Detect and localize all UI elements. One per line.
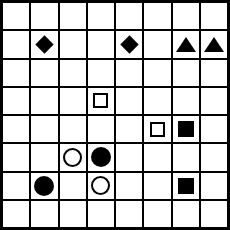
cell-r6-c2[interactable] bbox=[60, 173, 86, 199]
cell-r0-c1[interactable] bbox=[31, 3, 57, 29]
white-circle-icon bbox=[63, 148, 82, 167]
cell-r5-c0[interactable] bbox=[3, 144, 29, 170]
black-square-icon bbox=[178, 178, 194, 194]
cell-r1-c5[interactable] bbox=[144, 31, 170, 57]
cell-r7-c0[interactable] bbox=[3, 201, 29, 227]
cell-r1-c3[interactable] bbox=[88, 31, 114, 57]
cell-r6-c3[interactable] bbox=[88, 173, 114, 199]
cell-r3-c6[interactable] bbox=[173, 88, 199, 114]
cell-r4-c1[interactable] bbox=[31, 116, 57, 142]
cell-r7-c4[interactable] bbox=[116, 201, 142, 227]
cell-r6-c0[interactable] bbox=[3, 173, 29, 199]
cell-r2-c7[interactable] bbox=[201, 60, 227, 86]
cell-r2-c0[interactable] bbox=[3, 60, 29, 86]
cell-r7-c1[interactable] bbox=[31, 201, 57, 227]
cell-r3-c4[interactable] bbox=[116, 88, 142, 114]
puzzle-screen bbox=[0, 0, 230, 230]
cell-r6-c5[interactable] bbox=[144, 173, 170, 199]
cell-r7-c3[interactable] bbox=[88, 201, 114, 227]
cell-r4-c7[interactable] bbox=[201, 116, 227, 142]
white-square-icon bbox=[93, 93, 108, 108]
cell-r0-c4[interactable] bbox=[116, 3, 142, 29]
cell-r6-c1[interactable] bbox=[31, 173, 57, 199]
cell-r1-c6[interactable] bbox=[173, 31, 199, 57]
cell-r1-c4[interactable] bbox=[116, 31, 142, 57]
cell-r0-c7[interactable] bbox=[201, 3, 227, 29]
black-triangle-icon bbox=[176, 37, 196, 52]
cell-r6-c6[interactable] bbox=[173, 173, 199, 199]
cell-r2-c3[interactable] bbox=[88, 60, 114, 86]
black-square-icon bbox=[178, 121, 194, 137]
cell-r6-c7[interactable] bbox=[201, 173, 227, 199]
cell-r0-c5[interactable] bbox=[144, 3, 170, 29]
cell-r6-c4[interactable] bbox=[116, 173, 142, 199]
cell-r5-c4[interactable] bbox=[116, 144, 142, 170]
cell-r7-c2[interactable] bbox=[60, 201, 86, 227]
cell-r0-c6[interactable] bbox=[173, 3, 199, 29]
white-square-icon bbox=[150, 122, 165, 137]
cell-r3-c1[interactable] bbox=[31, 88, 57, 114]
black-triangle-icon bbox=[204, 37, 224, 52]
black-circle-icon bbox=[34, 176, 54, 196]
black-diamond-icon bbox=[120, 35, 138, 53]
cell-r2-c5[interactable] bbox=[144, 60, 170, 86]
black-diamond-icon bbox=[35, 35, 53, 53]
cell-r7-c6[interactable] bbox=[173, 201, 199, 227]
cell-r3-c3[interactable] bbox=[88, 88, 114, 114]
cell-r2-c6[interactable] bbox=[173, 60, 199, 86]
cell-r5-c5[interactable] bbox=[144, 144, 170, 170]
puzzle-board bbox=[0, 0, 230, 230]
cell-r1-c7[interactable] bbox=[201, 31, 227, 57]
cell-r5-c2[interactable] bbox=[60, 144, 86, 170]
cell-r4-c6[interactable] bbox=[173, 116, 199, 142]
cell-r1-c1[interactable] bbox=[31, 31, 57, 57]
cell-r4-c2[interactable] bbox=[60, 116, 86, 142]
cell-r3-c2[interactable] bbox=[60, 88, 86, 114]
cell-r7-c7[interactable] bbox=[201, 201, 227, 227]
cell-r3-c0[interactable] bbox=[3, 88, 29, 114]
cell-r4-c4[interactable] bbox=[116, 116, 142, 142]
cell-r0-c2[interactable] bbox=[60, 3, 86, 29]
cell-r3-c5[interactable] bbox=[144, 88, 170, 114]
black-circle-icon bbox=[91, 147, 111, 167]
cell-r2-c2[interactable] bbox=[60, 60, 86, 86]
white-circle-icon bbox=[91, 176, 110, 195]
cell-r0-c3[interactable] bbox=[88, 3, 114, 29]
cell-r4-c3[interactable] bbox=[88, 116, 114, 142]
cell-r5-c6[interactable] bbox=[173, 144, 199, 170]
cell-r4-c5[interactable] bbox=[144, 116, 170, 142]
cell-r5-c1[interactable] bbox=[31, 144, 57, 170]
cell-r2-c1[interactable] bbox=[31, 60, 57, 86]
cell-r1-c0[interactable] bbox=[3, 31, 29, 57]
cell-r3-c7[interactable] bbox=[201, 88, 227, 114]
cell-r2-c4[interactable] bbox=[116, 60, 142, 86]
cell-r5-c7[interactable] bbox=[201, 144, 227, 170]
cell-r7-c5[interactable] bbox=[144, 201, 170, 227]
cell-r1-c2[interactable] bbox=[60, 31, 86, 57]
cell-r4-c0[interactable] bbox=[3, 116, 29, 142]
cell-r0-c0[interactable] bbox=[3, 3, 29, 29]
cell-r5-c3[interactable] bbox=[88, 144, 114, 170]
